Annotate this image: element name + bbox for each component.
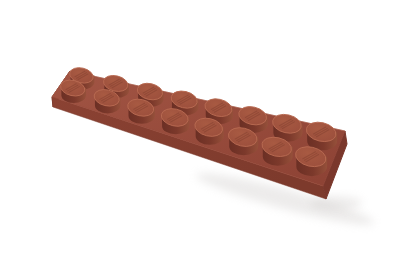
product-photo	[0, 0, 400, 260]
lego-plate-image	[0, 0, 400, 260]
ground-shadow-right	[310, 196, 362, 210]
photo-canvas	[0, 0, 400, 260]
stud-r1c8	[304, 119, 337, 150]
